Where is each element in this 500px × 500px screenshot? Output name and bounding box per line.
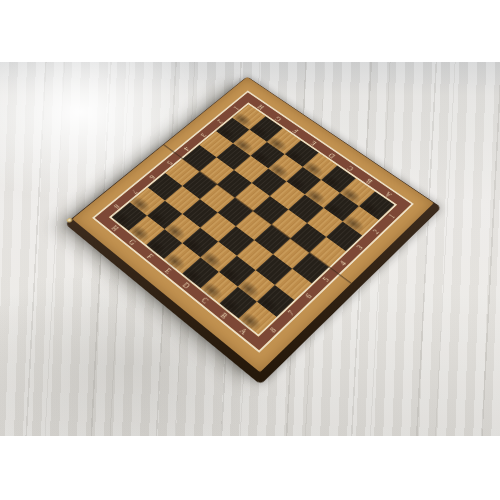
chess-board: ♜♞♝♚♛♝♞♜♟♟♟♟♟♟♟♟♟♟♟♟♟♟♟♟♜♞♝♚♛♝♞♜ HGFEDCB… bbox=[72, 77, 434, 372]
scene: ♜♞♝♚♛♝♞♜♟♟♟♟♟♟♟♟♟♟♟♟♟♟♟♟♜♞♝♚♛♝♞♜ HGFEDCB… bbox=[0, 62, 500, 436]
product-photo: ♜♞♝♚♛♝♞♜♟♟♟♟♟♟♟♟♟♟♟♟♟♟♟♟♜♞♝♚♛♝♞♜ HGFEDCB… bbox=[0, 62, 500, 436]
